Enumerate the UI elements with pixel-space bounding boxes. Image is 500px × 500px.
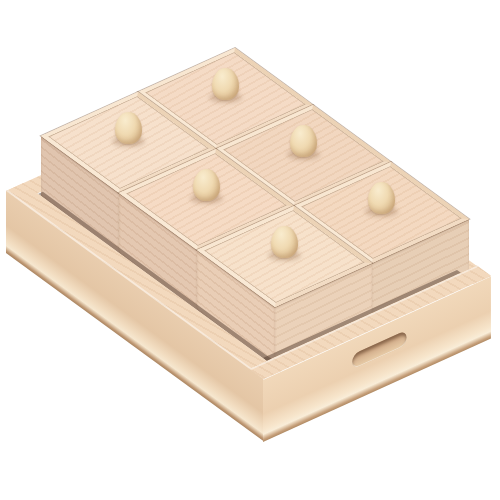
block-knob[interactable]	[368, 182, 395, 214]
block-knob[interactable]	[271, 226, 298, 258]
block-knob[interactable]	[115, 112, 142, 144]
tray-handle-slot	[352, 330, 406, 370]
block-knob[interactable]	[290, 125, 317, 157]
product-photo-wooden-block-tray	[0, 0, 500, 500]
block-knob[interactable]	[212, 68, 239, 100]
block-knob[interactable]	[193, 169, 220, 201]
